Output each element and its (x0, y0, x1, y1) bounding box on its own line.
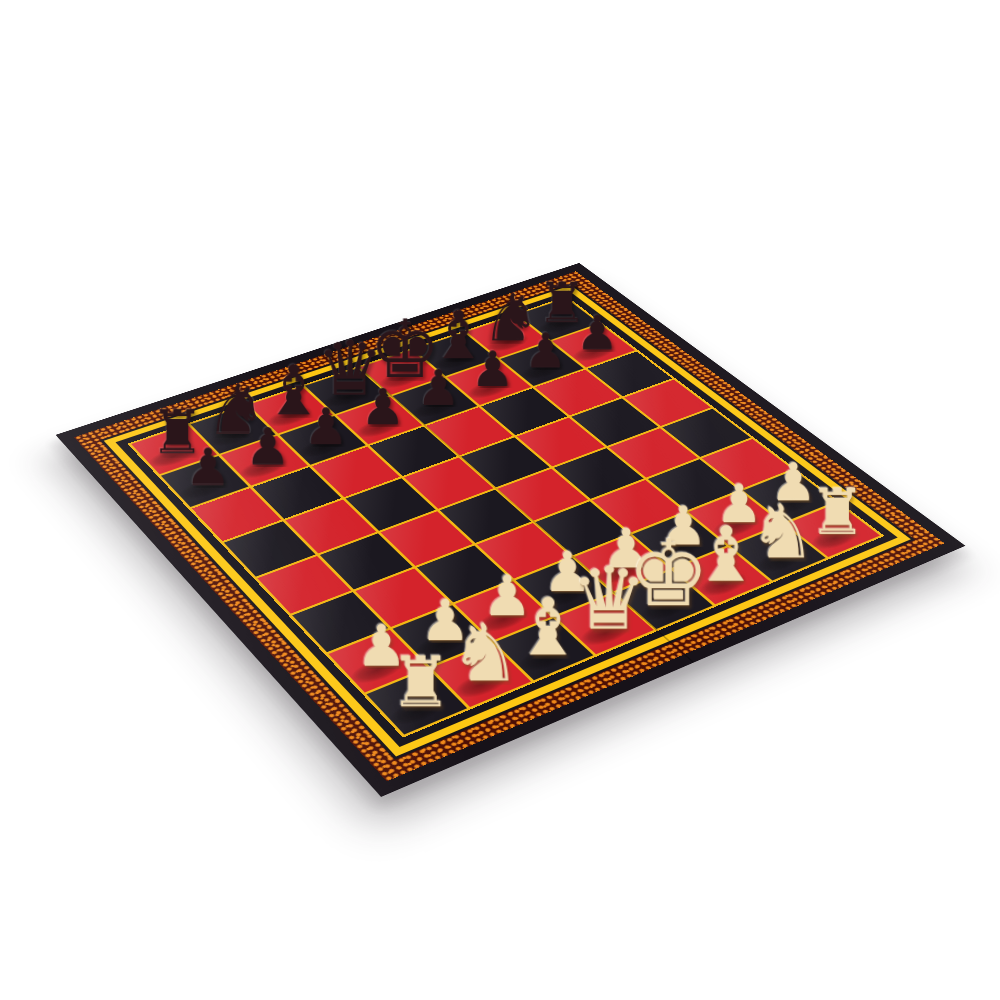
square-b5[interactable] (286, 500, 377, 554)
border-gap-line: ♜♞♝♛♚♝♞♜♟♟♟♟♟♟♟♟♟♟♟♟♟♟♟♟♜♞♝♛♚♝♞♜ (100, 283, 915, 759)
board-grid: ♜♞♝♛♚♝♞♜♟♟♟♟♟♟♟♟♟♟♟♟♟♟♟♟♜♞♝♛♚♝♞♜ (127, 296, 884, 737)
square-h5[interactable] (624, 380, 710, 426)
yellow-border-band: ♜♞♝♛♚♝♞♜♟♟♟♟♟♟♟♟♟♟♟♟♟♟♟♟♜♞♝♛♚♝♞♜ (104, 285, 911, 756)
ornate-border-band: ♜♞♝♛♚♝♞♜♟♟♟♟♟♟♟♟♟♟♟♟♟♟♟♟♜♞♝♛♚♝♞♜ (74, 271, 945, 781)
game-board: ♜♞♝♛♚♝♞♜♟♟♟♟♟♟♟♟♟♟♟♟♟♟♟♟♜♞♝♛♚♝♞♜ (56, 263, 966, 797)
inner-black-margin: ♜♞♝♛♚♝♞♜♟♟♟♟♟♟♟♟♟♟♟♟♟♟♟♟♜♞♝♛♚♝♞♜ (116, 291, 898, 747)
photo-scene: ♜♞♝♛♚♝♞♜♟♟♟♟♟♟♟♟♟♟♟♟♟♟♟♟♜♞♝♛♚♝♞♜ (0, 0, 1000, 1000)
